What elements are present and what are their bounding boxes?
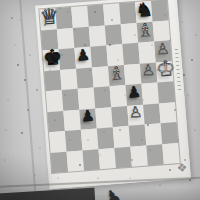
square-f6[interactable]	[122, 43, 140, 65]
square-d5[interactable]	[92, 66, 110, 88]
square-b5[interactable]	[60, 68, 78, 90]
photo-frame: ❖ ♕♞♗♚♟♙♗♙♔♟♟♙ ♟	[0, 0, 200, 200]
square-g1[interactable]	[146, 144, 164, 166]
square-g4[interactable]	[141, 82, 159, 104]
square-b2[interactable]	[65, 130, 83, 152]
square-e8[interactable]	[103, 3, 121, 25]
square-d4[interactable]	[94, 86, 112, 108]
square-d2[interactable]	[97, 127, 115, 149]
square-e2[interactable]	[113, 126, 131, 148]
square-e4[interactable]	[110, 85, 128, 107]
square-h2[interactable]	[161, 122, 179, 144]
square-c5[interactable]	[76, 67, 94, 89]
square-a2[interactable]	[49, 131, 67, 153]
black-king-a6[interactable]: ♚	[42, 44, 60, 71]
square-a5[interactable]	[44, 70, 62, 92]
square-f7[interactable]	[121, 22, 139, 44]
square-d1[interactable]	[98, 148, 116, 170]
square-b3[interactable]	[63, 109, 81, 131]
black-pawn-c6[interactable]: ♟	[74, 41, 92, 68]
board-logo-icon: ❖	[174, 160, 190, 177]
square-a3[interactable]	[47, 110, 65, 132]
square-h4[interactable]	[157, 81, 175, 103]
square-e7[interactable]	[105, 24, 123, 46]
bottom-shade	[0, 186, 200, 200]
square-h8[interactable]	[151, 0, 169, 21]
square-f8[interactable]	[119, 2, 137, 24]
square-g3[interactable]	[143, 103, 161, 125]
black-pawn-c3[interactable]: ♟	[79, 102, 97, 129]
square-h3[interactable]	[159, 102, 177, 124]
square-d8[interactable]	[87, 5, 105, 27]
board-edge-text	[175, 49, 181, 93]
square-f1[interactable]	[130, 145, 148, 167]
board-grid	[39, 0, 179, 173]
white-bishop-e5[interactable]: ♗	[107, 59, 125, 86]
square-c8[interactable]	[71, 6, 89, 28]
square-e3[interactable]	[111, 105, 129, 127]
square-a4[interactable]	[46, 90, 64, 112]
white-king-h5[interactable]: ♔	[155, 55, 173, 82]
white-pawn-f3[interactable]: ♙	[127, 99, 145, 126]
square-f2[interactable]	[129, 125, 147, 147]
square-g2[interactable]	[145, 123, 163, 145]
square-c2[interactable]	[81, 128, 99, 150]
square-d6[interactable]	[90, 45, 108, 67]
square-c1[interactable]	[82, 149, 100, 171]
square-e1[interactable]	[114, 146, 132, 168]
white-queen-a8[interactable]: ♕	[39, 3, 57, 30]
white-bishop-g7[interactable]: ♗	[136, 16, 154, 43]
square-d3[interactable]	[95, 107, 113, 129]
square-b4[interactable]	[62, 89, 80, 111]
square-d7[interactable]	[89, 25, 107, 47]
